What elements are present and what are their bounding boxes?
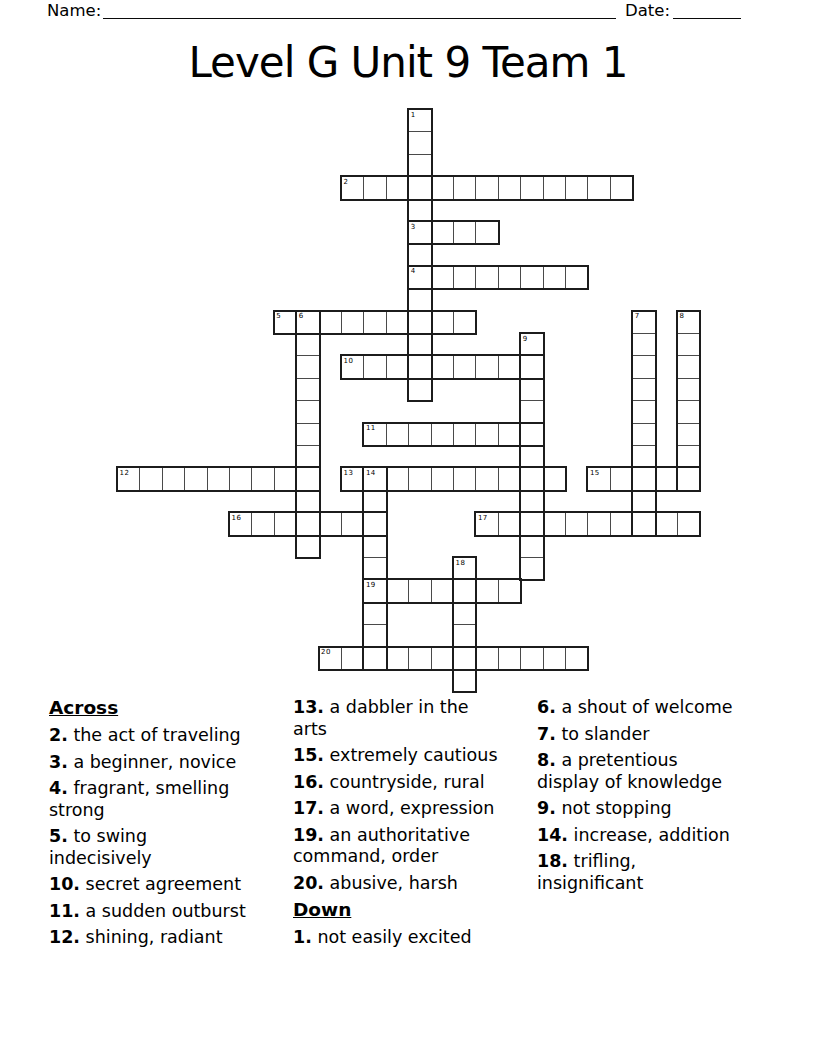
grid-cell[interactable]: 10: [341, 355, 364, 378]
grid-cell[interactable]: 1: [408, 109, 431, 132]
clue-item-text: a shout of welcome: [556, 697, 733, 717]
clue-number: 20: [321, 648, 331, 656]
clue-item: 17. a word, expression: [293, 798, 535, 820]
clue-item-number: 3.: [49, 752, 68, 772]
grid-cell[interactable]: 16: [229, 512, 252, 535]
clue-number: 14: [366, 469, 376, 477]
grid-cell[interactable]: [453, 266, 476, 289]
grid-cell[interactable]: [632, 333, 655, 356]
clue-item-text: a pretentious display of knowledge: [537, 750, 722, 792]
clue-item: 8. a pretentious display of knowledge: [537, 750, 779, 793]
grid-cell[interactable]: [632, 423, 655, 446]
clue-number: 12: [120, 469, 130, 477]
clue-item: 20. abusive, harsh: [293, 873, 535, 895]
clue-item: 5. to swing indecisively: [49, 826, 291, 869]
grid-cell[interactable]: [408, 378, 431, 401]
grid-cell[interactable]: [139, 467, 162, 490]
clue-item-number: 20.: [293, 873, 324, 893]
clue-number: 11: [366, 424, 376, 432]
grid-cell[interactable]: [408, 467, 431, 490]
grid-cell[interactable]: [610, 176, 633, 199]
grid-cell[interactable]: [498, 579, 521, 602]
grid-cell[interactable]: [386, 311, 409, 334]
grid-cell[interactable]: [363, 355, 386, 378]
grid-cell[interactable]: [498, 467, 521, 490]
clue-item-number: 4.: [49, 778, 68, 798]
clue-item-text: not stopping: [556, 798, 672, 818]
clue-item: 3. a beginner, novice: [49, 752, 291, 774]
grid-cell[interactable]: [431, 221, 454, 244]
clue-item-text: shining, radiant: [80, 927, 222, 947]
grid-cell[interactable]: [453, 669, 476, 692]
clue-item-number: 17.: [293, 798, 324, 818]
clue-number: 16: [232, 514, 242, 522]
clue-item-number: 14.: [537, 825, 568, 845]
grid-cell[interactable]: [677, 467, 700, 490]
grid-cell[interactable]: [453, 355, 476, 378]
grid-cell[interactable]: 9: [520, 333, 543, 356]
grid-cell[interactable]: [520, 647, 543, 670]
grid-cell[interactable]: [431, 176, 454, 199]
grid-cell[interactable]: [408, 288, 431, 311]
grid-cell[interactable]: [520, 400, 543, 423]
name-label: Name:: [47, 1, 101, 21]
grid-cell[interactable]: [363, 490, 386, 513]
grid-cell[interactable]: [475, 467, 498, 490]
grid-cell[interactable]: [229, 467, 252, 490]
grid-cell[interactable]: 3: [408, 221, 431, 244]
grid-cell[interactable]: [431, 579, 454, 602]
worksheet-page: Name: Date: Level G Unit 9 Team 1 234561…: [0, 0, 816, 1056]
clue-column: Across2. the act of traveling3. a beginn…: [49, 697, 291, 954]
clue-item: 7. to slander: [537, 724, 779, 746]
grid-cell[interactable]: [498, 176, 521, 199]
grid-cell[interactable]: [274, 467, 297, 490]
grid-cell[interactable]: 12: [117, 467, 140, 490]
grid-cell[interactable]: [363, 647, 386, 670]
clue-number: 1: [411, 111, 416, 119]
grid-cell[interactable]: [386, 176, 409, 199]
clue-item-text: a beginner, novice: [68, 752, 236, 772]
grid-cell[interactable]: [408, 423, 431, 446]
grid-cell[interactable]: [543, 467, 566, 490]
clue-item-text: countryside, rural: [324, 772, 485, 792]
clue-number: 18: [456, 559, 466, 567]
clue-item-number: 2.: [49, 725, 68, 745]
grid-cell[interactable]: [677, 400, 700, 423]
grid-cell[interactable]: 11: [363, 423, 386, 446]
clue-item-text: increase, addition: [568, 825, 730, 845]
grid-cell[interactable]: [520, 445, 543, 468]
clue-item-number: 1.: [293, 927, 312, 947]
grid-cell[interactable]: [632, 467, 655, 490]
clues-heading-across: Across: [49, 697, 291, 719]
clue-item: 18. trifling, insignificant: [537, 851, 779, 894]
grid-cell[interactable]: [520, 378, 543, 401]
grid-cell[interactable]: [475, 647, 498, 670]
clue-item-text: fragrant, smelling strong: [49, 778, 229, 820]
grid-cell[interactable]: [386, 355, 409, 378]
grid-cell[interactable]: 2: [341, 176, 364, 199]
grid-cell[interactable]: [363, 602, 386, 625]
grid-cell[interactable]: [408, 311, 431, 334]
grid-cell[interactable]: [453, 423, 476, 446]
clue-number: 15: [590, 469, 600, 477]
grid-cell[interactable]: [520, 176, 543, 199]
clue-item-text: the act of traveling: [68, 725, 241, 745]
clue-item: 13. a dabbler in the arts: [293, 697, 535, 740]
grid-cell[interactable]: [296, 445, 319, 468]
grid-cell[interactable]: [453, 602, 476, 625]
grid-cell[interactable]: [386, 579, 409, 602]
grid-cell[interactable]: [363, 176, 386, 199]
clues-heading-down: Down: [293, 899, 535, 921]
grid-cell[interactable]: [565, 512, 588, 535]
grid-cell[interactable]: [453, 579, 476, 602]
grid-cell[interactable]: [475, 266, 498, 289]
grid-cell[interactable]: [408, 199, 431, 222]
grid-cell[interactable]: [498, 266, 521, 289]
grid-cell[interactable]: [587, 176, 610, 199]
grid-cell[interactable]: [677, 423, 700, 446]
clue-item: 11. a sudden outburst: [49, 901, 291, 923]
clue-number: 9: [523, 335, 528, 343]
grid-cell[interactable]: [296, 467, 319, 490]
grid-cell[interactable]: [431, 423, 454, 446]
clue-item: 6. a shout of welcome: [537, 697, 779, 719]
grid-cell[interactable]: [677, 512, 700, 535]
clue-item-text: extremely cautious: [324, 745, 498, 765]
grid-cell[interactable]: 20: [319, 647, 342, 670]
grid-cell[interactable]: 6: [296, 311, 319, 334]
grid-cell[interactable]: [610, 512, 633, 535]
grid-cell[interactable]: [431, 311, 454, 334]
grid-cell[interactable]: 19: [363, 579, 386, 602]
grid-cell[interactable]: [520, 512, 543, 535]
grid-cell[interactable]: 7: [632, 311, 655, 334]
clue-item-text: secret agreement: [80, 874, 241, 894]
name-write-line: [103, 18, 616, 19]
clue-number: 17: [478, 514, 488, 522]
clue-item-number: 12.: [49, 927, 80, 947]
grid-cell[interactable]: [408, 647, 431, 670]
grid-cell[interactable]: [677, 333, 700, 356]
grid-cell[interactable]: [296, 378, 319, 401]
grid-cell[interactable]: [475, 221, 498, 244]
grid-cell[interactable]: [498, 512, 521, 535]
grid-cell[interactable]: [408, 333, 431, 356]
clue-item: 1. not easily excited: [293, 927, 535, 949]
grid-cell[interactable]: [319, 311, 342, 334]
clue-item-number: 18.: [537, 851, 568, 871]
grid-cell[interactable]: [431, 355, 454, 378]
clue-item-number: 16.: [293, 772, 324, 792]
grid-cell[interactable]: [453, 311, 476, 334]
grid-cell[interactable]: [363, 624, 386, 647]
clue-number: 13: [344, 469, 354, 477]
clue-item-number: 5.: [49, 826, 68, 846]
grid-cell[interactable]: [543, 266, 566, 289]
clue-number: 10: [344, 357, 354, 365]
grid-cell[interactable]: [296, 535, 319, 558]
grid-cell[interactable]: [677, 378, 700, 401]
grid-cell[interactable]: [296, 333, 319, 356]
grid-cell[interactable]: [408, 243, 431, 266]
grid-cell[interactable]: [565, 176, 588, 199]
grid-cell[interactable]: [162, 467, 185, 490]
grid-cell[interactable]: [543, 176, 566, 199]
grid-cell[interactable]: [363, 557, 386, 580]
grid-cell[interactable]: [677, 445, 700, 468]
clue-item: 4. fragrant, smelling strong: [49, 778, 291, 821]
grid-cell[interactable]: [341, 512, 364, 535]
grid-cell[interactable]: [632, 400, 655, 423]
clue-item: 14. increase, addition: [537, 825, 779, 847]
grid-cell[interactable]: [408, 579, 431, 602]
clue-item-number: 19.: [293, 825, 324, 845]
clue-item-number: 9.: [537, 798, 556, 818]
date-label: Date:: [625, 1, 670, 21]
grid-cell[interactable]: [453, 176, 476, 199]
grid-cell[interactable]: [543, 647, 566, 670]
clue-number: 7: [635, 312, 640, 320]
grid-cell[interactable]: [453, 647, 476, 670]
clue-item-text: not easily excited: [312, 927, 472, 947]
grid-cell[interactable]: [632, 378, 655, 401]
puzzle-title: Level G Unit 9 Team 1: [0, 40, 816, 86]
clue-number: 2: [344, 178, 349, 186]
grid-cell[interactable]: [408, 131, 431, 154]
grid-cell[interactable]: [475, 176, 498, 199]
clue-item: 19. an authoritative command, order: [293, 825, 535, 868]
clue-item-text: to slander: [556, 724, 650, 744]
grid-cell[interactable]: [520, 467, 543, 490]
grid-cell[interactable]: [475, 579, 498, 602]
grid-cell[interactable]: 5: [274, 311, 297, 334]
grid-cell[interactable]: [453, 221, 476, 244]
grid-cell[interactable]: [520, 266, 543, 289]
grid-cell[interactable]: [520, 535, 543, 558]
clue-item: 15. extremely cautious: [293, 745, 535, 767]
grid-cell[interactable]: [431, 467, 454, 490]
grid-cell[interactable]: [184, 467, 207, 490]
clue-item: 2. the act of traveling: [49, 725, 291, 747]
grid-cell[interactable]: [296, 400, 319, 423]
grid-cell[interactable]: 8: [677, 311, 700, 334]
grid-cell[interactable]: [632, 512, 655, 535]
clue-number: 5: [276, 312, 281, 320]
grid-cell[interactable]: [610, 467, 633, 490]
date-write-line: [673, 18, 741, 19]
grid-cell[interactable]: 4: [408, 266, 431, 289]
grid-cell[interactable]: [386, 423, 409, 446]
clue-item-number: 8.: [537, 750, 556, 770]
grid-cell[interactable]: [677, 355, 700, 378]
clue-number: 4: [411, 267, 416, 275]
grid-cell[interactable]: [520, 557, 543, 580]
grid-cell[interactable]: [565, 266, 588, 289]
grid-cell[interactable]: [251, 512, 274, 535]
grid-cell[interactable]: [296, 512, 319, 535]
clue-item: 16. countryside, rural: [293, 772, 535, 794]
grid-cell[interactable]: [341, 311, 364, 334]
grid-cell[interactable]: [498, 647, 521, 670]
clue-item-number: 7.: [537, 724, 556, 744]
grid-cell[interactable]: [207, 467, 230, 490]
clue-item-text: abusive, harsh: [324, 873, 458, 893]
grid-cell[interactable]: [453, 624, 476, 647]
grid-cell[interactable]: [431, 647, 454, 670]
clue-item-text: a word, expression: [324, 798, 494, 818]
grid-cell[interactable]: [632, 490, 655, 513]
clue-item-number: 11.: [49, 901, 80, 921]
grid-cell[interactable]: [319, 512, 342, 535]
grid-cell[interactable]: [520, 355, 543, 378]
grid-cell[interactable]: [498, 423, 521, 446]
grid-cell[interactable]: [475, 355, 498, 378]
grid-cell[interactable]: [296, 490, 319, 513]
grid-cell[interactable]: [655, 512, 678, 535]
grid-cell[interactable]: [498, 355, 521, 378]
grid-cell[interactable]: [632, 445, 655, 468]
grid-cell[interactable]: [431, 266, 454, 289]
grid-cell[interactable]: 15: [587, 467, 610, 490]
grid-cell[interactable]: [408, 355, 431, 378]
grid-cell[interactable]: [341, 647, 364, 670]
grid-cell[interactable]: [408, 176, 431, 199]
clue-item: 12. shining, radiant: [49, 927, 291, 949]
grid-cell[interactable]: [363, 311, 386, 334]
grid-cell[interactable]: [408, 154, 431, 177]
clue-column: 6. a shout of welcome7. to slander8. a p…: [537, 697, 779, 899]
grid-cell[interactable]: 17: [475, 512, 498, 535]
grid-cell[interactable]: [296, 423, 319, 446]
grid-cell[interactable]: 13: [341, 467, 364, 490]
clue-number: 6: [299, 312, 304, 320]
clue-item-number: 13.: [293, 697, 324, 717]
grid-cell[interactable]: [655, 467, 678, 490]
grid-cell[interactable]: [363, 535, 386, 558]
clue-column: 13. a dabbler in the arts15. extremely c…: [293, 697, 535, 954]
grid-cell[interactable]: [296, 355, 319, 378]
grid-cell[interactable]: [386, 467, 409, 490]
grid-cell[interactable]: [543, 512, 566, 535]
grid-cell[interactable]: [520, 423, 543, 446]
grid-cell[interactable]: 14: [363, 467, 386, 490]
clue-number: 8: [680, 312, 685, 320]
grid-cell[interactable]: [274, 512, 297, 535]
grid-cell[interactable]: [632, 355, 655, 378]
grid-cell[interactable]: 18: [453, 557, 476, 580]
clue-item-number: 15.: [293, 745, 324, 765]
clue-number: 3: [411, 223, 416, 231]
grid-cell[interactable]: [520, 490, 543, 513]
grid-cell[interactable]: [453, 467, 476, 490]
grid-cell[interactable]: [587, 512, 610, 535]
clue-item-number: 6.: [537, 697, 556, 717]
clue-number: 19: [366, 581, 376, 589]
grid-cell[interactable]: [475, 423, 498, 446]
clue-item-text: a sudden outburst: [80, 901, 246, 921]
clue-item: 9. not stopping: [537, 798, 779, 820]
clue-item: 10. secret agreement: [49, 874, 291, 896]
grid-cell[interactable]: [565, 647, 588, 670]
grid-cell[interactable]: [363, 512, 386, 535]
grid-cell[interactable]: [251, 467, 274, 490]
grid-cell[interactable]: [386, 647, 409, 670]
clue-item-number: 10.: [49, 874, 80, 894]
